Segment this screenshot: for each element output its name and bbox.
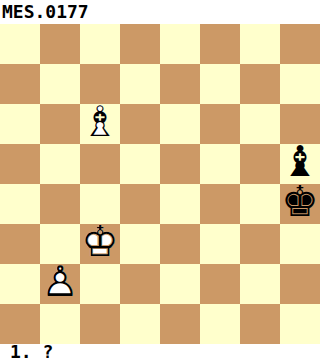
square-g5 — [240, 144, 280, 184]
square-e2 — [160, 264, 200, 304]
square-a4 — [0, 184, 40, 224]
white-bishop-outline: ♗ — [80, 102, 120, 142]
square-b5 — [40, 144, 80, 184]
square-h7 — [280, 64, 320, 104]
square-d6 — [120, 104, 160, 144]
white-bishop: ♝♗ — [80, 104, 120, 144]
white-pawn: ♟♙ — [40, 264, 80, 304]
puzzle-id: MES.0177 — [0, 0, 320, 24]
square-f7 — [200, 64, 240, 104]
square-g8 — [240, 24, 280, 64]
square-g4 — [240, 184, 280, 224]
square-b7 — [40, 64, 80, 104]
square-f1 — [200, 304, 240, 344]
white-king: ♚♔ — [80, 224, 120, 264]
square-e8 — [160, 24, 200, 64]
square-e5 — [160, 144, 200, 184]
square-g6 — [240, 104, 280, 144]
square-a5 — [0, 144, 40, 184]
square-a8 — [0, 24, 40, 64]
square-h1 — [280, 304, 320, 344]
square-f5 — [200, 144, 240, 184]
square-h2 — [280, 264, 320, 304]
square-d2 — [120, 264, 160, 304]
square-a7 — [0, 64, 40, 104]
move-prompt: 1. ? — [0, 344, 320, 360]
square-b4 — [40, 184, 80, 224]
square-f4 — [200, 184, 240, 224]
square-g1 — [240, 304, 280, 344]
square-e3 — [160, 224, 200, 264]
square-d5 — [120, 144, 160, 184]
square-c8 — [80, 24, 120, 64]
square-h4: ♚ — [280, 184, 320, 224]
square-b8 — [40, 24, 80, 64]
square-g3 — [240, 224, 280, 264]
square-c5 — [80, 144, 120, 184]
square-b6 — [40, 104, 80, 144]
square-e4 — [160, 184, 200, 224]
square-d1 — [120, 304, 160, 344]
chess-board: ♝♗♝♚♚♔♟♙ — [0, 24, 320, 344]
square-c2 — [80, 264, 120, 304]
white-pawn-outline: ♙ — [40, 262, 80, 302]
black-bishop-glyph: ♝ — [280, 142, 320, 182]
square-d3 — [120, 224, 160, 264]
square-h3 — [280, 224, 320, 264]
square-f2 — [200, 264, 240, 304]
square-g7 — [240, 64, 280, 104]
square-f3 — [200, 224, 240, 264]
square-h8 — [280, 24, 320, 64]
square-f6 — [200, 104, 240, 144]
square-a2 — [0, 264, 40, 304]
black-king-glyph: ♚ — [280, 182, 320, 222]
square-g2 — [240, 264, 280, 304]
square-b1 — [40, 304, 80, 344]
square-a1 — [0, 304, 40, 344]
square-c6: ♝♗ — [80, 104, 120, 144]
square-d4 — [120, 184, 160, 224]
square-c1 — [80, 304, 120, 344]
square-a6 — [0, 104, 40, 144]
square-c3: ♚♔ — [80, 224, 120, 264]
square-a3 — [0, 224, 40, 264]
square-d8 — [120, 24, 160, 64]
square-e7 — [160, 64, 200, 104]
square-e6 — [160, 104, 200, 144]
square-d7 — [120, 64, 160, 104]
square-e1 — [160, 304, 200, 344]
white-king-outline: ♔ — [80, 222, 120, 262]
square-b2: ♟♙ — [40, 264, 80, 304]
black-king: ♚ — [280, 184, 320, 224]
square-f8 — [200, 24, 240, 64]
